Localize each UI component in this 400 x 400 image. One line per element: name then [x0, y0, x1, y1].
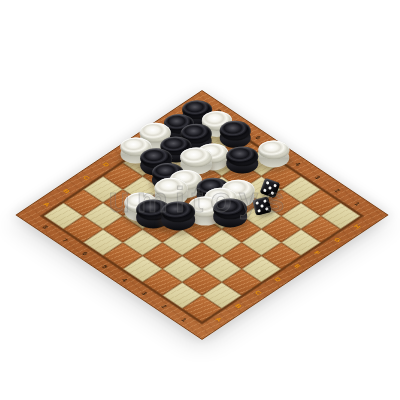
die-pip [270, 191, 274, 195]
die-pip [263, 200, 267, 204]
die-pip [260, 204, 264, 208]
die-pip [265, 207, 269, 211]
die-pip [273, 184, 277, 188]
die-pip [266, 181, 270, 185]
die-1[interactable] [260, 178, 281, 199]
dice-layer [0, 0, 400, 400]
die-2[interactable] [252, 196, 271, 215]
die-pip [256, 201, 260, 205]
die-pip [257, 209, 261, 213]
die-pip [263, 188, 267, 192]
die-pip [268, 186, 272, 190]
scene: HHGGFFEEDDCCBBAA8877665544332211 umitoys [0, 0, 400, 400]
